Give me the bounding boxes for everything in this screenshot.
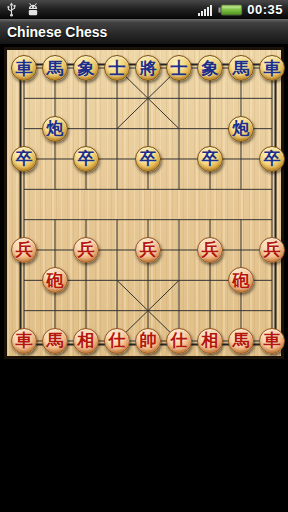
piece-character: 卒 bbox=[140, 150, 157, 167]
piece-character: 象 bbox=[78, 60, 95, 77]
piece-black-soldier[interactable]: 卒 bbox=[197, 146, 223, 172]
title-bar: Chinese Chess bbox=[0, 19, 288, 45]
piece-black-soldier[interactable]: 卒 bbox=[73, 146, 99, 172]
board-grid-lines bbox=[7, 50, 281, 356]
piece-character: 帥 bbox=[140, 332, 157, 349]
piece-character: 將 bbox=[140, 60, 157, 77]
piece-character: 兵 bbox=[202, 241, 219, 258]
piece-character: 卒 bbox=[202, 150, 219, 167]
xiangqi-board[interactable]: 車馬象士將士象馬車炮炮卒卒卒卒卒兵兵兵兵兵砲砲車馬相仕帥仕相馬車 bbox=[4, 47, 284, 359]
piece-red-soldier[interactable]: 兵 bbox=[11, 237, 37, 263]
clock: 00:35 bbox=[247, 2, 283, 17]
status-bar-left bbox=[5, 2, 40, 17]
piece-black-general[interactable]: 將 bbox=[135, 55, 161, 81]
piece-character: 砲 bbox=[233, 272, 250, 289]
piece-red-general[interactable]: 帥 bbox=[135, 328, 161, 354]
adb-debug-icon bbox=[26, 2, 40, 17]
piece-red-soldier[interactable]: 兵 bbox=[197, 237, 223, 263]
piece-character: 卒 bbox=[78, 150, 95, 167]
piece-red-soldier[interactable]: 兵 bbox=[135, 237, 161, 263]
piece-character: 仕 bbox=[109, 332, 126, 349]
piece-black-cannon[interactable]: 炮 bbox=[42, 116, 68, 142]
piece-character: 卒 bbox=[16, 150, 33, 167]
app-title: Chinese Chess bbox=[7, 24, 107, 40]
piece-character: 車 bbox=[16, 332, 33, 349]
piece-black-soldier[interactable]: 卒 bbox=[11, 146, 37, 172]
piece-black-horse[interactable]: 馬 bbox=[228, 55, 254, 81]
piece-red-chariot[interactable]: 車 bbox=[11, 328, 37, 354]
piece-character: 士 bbox=[171, 60, 188, 77]
piece-character: 卒 bbox=[264, 150, 281, 167]
piece-black-chariot[interactable]: 車 bbox=[259, 55, 285, 81]
piece-character: 兵 bbox=[140, 241, 157, 258]
piece-red-horse[interactable]: 馬 bbox=[42, 328, 68, 354]
piece-character: 炮 bbox=[233, 120, 250, 137]
piece-character: 車 bbox=[16, 60, 33, 77]
piece-character: 相 bbox=[78, 332, 95, 349]
status-bar-right: 00:35 bbox=[198, 2, 283, 17]
piece-red-elephant[interactable]: 相 bbox=[73, 328, 99, 354]
status-bar: 00:35 bbox=[0, 0, 288, 19]
piece-character: 兵 bbox=[16, 241, 33, 258]
piece-character: 兵 bbox=[78, 241, 95, 258]
piece-red-advisor[interactable]: 仕 bbox=[104, 328, 130, 354]
piece-character: 兵 bbox=[264, 241, 281, 258]
piece-character: 仕 bbox=[171, 332, 188, 349]
piece-red-elephant[interactable]: 相 bbox=[197, 328, 223, 354]
piece-character: 士 bbox=[109, 60, 126, 77]
piece-black-advisor[interactable]: 士 bbox=[104, 55, 130, 81]
piece-red-soldier[interactable]: 兵 bbox=[259, 237, 285, 263]
piece-black-elephant[interactable]: 象 bbox=[73, 55, 99, 81]
piece-red-soldier[interactable]: 兵 bbox=[73, 237, 99, 263]
piece-black-soldier[interactable]: 卒 bbox=[259, 146, 285, 172]
piece-character: 車 bbox=[264, 332, 281, 349]
usb-icon bbox=[5, 2, 18, 17]
piece-character: 車 bbox=[264, 60, 281, 77]
piece-black-soldier[interactable]: 卒 bbox=[135, 146, 161, 172]
piece-red-horse[interactable]: 馬 bbox=[228, 328, 254, 354]
piece-character: 炮 bbox=[47, 120, 64, 137]
battery-icon bbox=[218, 4, 243, 16]
piece-black-elephant[interactable]: 象 bbox=[197, 55, 223, 81]
piece-red-chariot[interactable]: 車 bbox=[259, 328, 285, 354]
piece-character: 馬 bbox=[47, 332, 64, 349]
piece-character: 砲 bbox=[47, 272, 64, 289]
piece-black-cannon[interactable]: 炮 bbox=[228, 116, 254, 142]
piece-black-advisor[interactable]: 士 bbox=[166, 55, 192, 81]
phone-screen: 00:35 Chinese Chess 車馬象士將士象馬車炮炮卒卒卒卒卒兵兵兵兵… bbox=[0, 0, 288, 512]
piece-character: 馬 bbox=[233, 60, 250, 77]
piece-character: 馬 bbox=[47, 60, 64, 77]
piece-black-horse[interactable]: 馬 bbox=[42, 55, 68, 81]
signal-strength-icon bbox=[198, 3, 214, 16]
piece-black-chariot[interactable]: 車 bbox=[11, 55, 37, 81]
piece-character: 馬 bbox=[233, 332, 250, 349]
piece-character: 象 bbox=[202, 60, 219, 77]
piece-character: 相 bbox=[202, 332, 219, 349]
piece-red-advisor[interactable]: 仕 bbox=[166, 328, 192, 354]
